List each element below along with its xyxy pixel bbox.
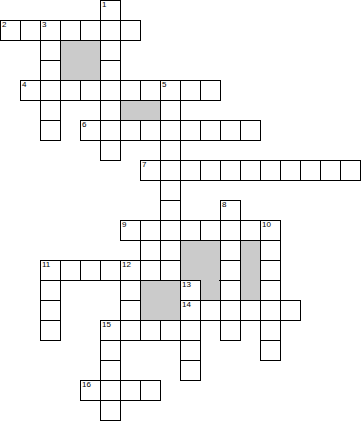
crossword-grid: 12345678910111213141516 — [0, 0, 361, 421]
shaded-block — [200, 280, 221, 301]
cell-r8-c17[interactable] — [340, 160, 361, 181]
cell-r15-c14[interactable] — [280, 300, 301, 321]
cell-r15-c12[interactable] — [240, 300, 261, 321]
cell-r16-c13[interactable] — [260, 320, 281, 341]
cell-r8-c16[interactable] — [320, 160, 341, 181]
cell-r1-c5[interactable] — [100, 20, 121, 41]
cell-r10-c8[interactable] — [160, 200, 181, 221]
cell-r19-c6[interactable] — [120, 380, 141, 401]
clue-number-4: 4 — [22, 81, 26, 89]
cell-r15-c6[interactable] — [120, 300, 141, 321]
cell-r4-c6[interactable] — [120, 80, 141, 101]
cell-r6-c9[interactable] — [180, 120, 201, 141]
shaded-block — [120, 100, 161, 121]
cell-r8-c8[interactable] — [160, 160, 181, 181]
cell-r3-c2[interactable] — [40, 60, 61, 81]
cell-r8-c11[interactable] — [220, 160, 241, 181]
cell-r12-c7[interactable] — [140, 240, 161, 261]
shaded-block — [60, 40, 101, 81]
cell-r16-c8[interactable] — [160, 320, 181, 341]
cell-r6-c11[interactable] — [220, 120, 241, 141]
cell-r6-c6[interactable] — [120, 120, 141, 141]
clue-number-11: 11 — [42, 261, 50, 269]
cell-r8-c15[interactable] — [300, 160, 321, 181]
cell-r17-c5[interactable] — [100, 340, 121, 361]
clue-number-2: 2 — [2, 21, 6, 29]
shaded-block — [180, 240, 221, 281]
clue-number-13: 13 — [182, 281, 191, 289]
cell-r15-c10[interactable] — [200, 300, 221, 321]
cell-r12-c11[interactable] — [220, 240, 241, 261]
cell-r4-c2[interactable] — [40, 80, 61, 101]
clue-number-12: 12 — [122, 261, 131, 269]
cell-r4-c9[interactable] — [180, 80, 201, 101]
cell-r4-c5[interactable] — [100, 80, 121, 101]
cell-r5-c5[interactable] — [100, 100, 121, 121]
cell-r9-c8[interactable] — [160, 180, 181, 201]
cell-r12-c13[interactable] — [260, 240, 281, 261]
clue-number-9: 9 — [122, 221, 126, 229]
cell-r13-c3[interactable] — [60, 260, 81, 281]
cell-r11-c12[interactable] — [240, 220, 261, 241]
cell-r4-c3[interactable] — [60, 80, 81, 101]
cell-r15-c13[interactable] — [260, 300, 281, 321]
cell-r2-c5[interactable] — [100, 40, 121, 61]
clue-number-1: 1 — [102, 1, 106, 9]
cell-r13-c8[interactable] — [160, 260, 181, 281]
shaded-block — [240, 240, 261, 301]
cell-r7-c8[interactable] — [160, 140, 181, 161]
cell-r6-c2[interactable] — [40, 120, 61, 141]
cell-r5-c2[interactable] — [40, 100, 61, 121]
clue-number-7: 7 — [142, 161, 146, 169]
cell-r6-c8[interactable] — [160, 120, 181, 141]
cell-r11-c10[interactable] — [200, 220, 221, 241]
cell-r17-c13[interactable] — [260, 340, 281, 361]
clue-number-3: 3 — [42, 21, 46, 29]
cell-r6-c5[interactable] — [100, 120, 121, 141]
cell-r11-c11[interactable] — [220, 220, 241, 241]
cell-r1-c3[interactable] — [60, 20, 81, 41]
cell-r14-c13[interactable] — [260, 280, 281, 301]
cell-r17-c9[interactable] — [180, 340, 201, 361]
cell-r16-c6[interactable] — [120, 320, 141, 341]
shaded-block-seam — [201, 280, 219, 281]
cell-r8-c13[interactable] — [260, 160, 281, 181]
cell-r15-c11[interactable] — [220, 300, 241, 321]
shaded-block — [140, 280, 181, 321]
cell-r16-c9[interactable] — [180, 320, 201, 341]
cell-r18-c9[interactable] — [180, 360, 201, 381]
cell-r13-c5[interactable] — [100, 260, 121, 281]
cell-r13-c11[interactable] — [220, 260, 241, 281]
cell-r16-c2[interactable] — [40, 320, 61, 341]
cell-r12-c8[interactable] — [160, 240, 181, 261]
cell-r8-c10[interactable] — [200, 160, 221, 181]
cell-r14-c2[interactable] — [40, 280, 61, 301]
cell-r16-c7[interactable] — [140, 320, 161, 341]
cell-r1-c6[interactable] — [120, 20, 141, 41]
cell-r15-c2[interactable] — [40, 300, 61, 321]
cell-r11-c8[interactable] — [160, 220, 181, 241]
clue-number-8: 8 — [222, 201, 226, 209]
cell-r8-c14[interactable] — [280, 160, 301, 181]
cell-r8-c12[interactable] — [240, 160, 261, 181]
cell-r6-c10[interactable] — [200, 120, 221, 141]
cell-r1-c4[interactable] — [80, 20, 101, 41]
cell-r19-c5[interactable] — [100, 380, 121, 401]
clue-number-10: 10 — [262, 221, 271, 229]
cell-r13-c13[interactable] — [260, 260, 281, 281]
cell-r1-c1[interactable] — [20, 20, 41, 41]
cell-r7-c5[interactable] — [100, 140, 121, 161]
cell-r5-c8[interactable] — [160, 100, 181, 121]
cell-r18-c5[interactable] — [100, 360, 121, 381]
cell-r4-c10[interactable] — [200, 80, 221, 101]
clue-number-15: 15 — [102, 321, 111, 329]
cell-r11-c9[interactable] — [180, 220, 201, 241]
cell-r4-c4[interactable] — [80, 80, 101, 101]
cell-r6-c12[interactable] — [240, 120, 261, 141]
cell-r6-c7[interactable] — [140, 120, 161, 141]
clue-number-16: 16 — [82, 381, 91, 389]
clue-number-14: 14 — [182, 301, 191, 309]
clue-number-6: 6 — [82, 121, 86, 129]
cell-r19-c7[interactable] — [140, 380, 161, 401]
cell-r13-c4[interactable] — [80, 260, 101, 281]
cell-r20-c5[interactable] — [100, 400, 121, 421]
cell-r2-c2[interactable] — [40, 40, 61, 61]
cell-r14-c11[interactable] — [220, 280, 241, 301]
cell-r8-c9[interactable] — [180, 160, 201, 181]
cell-r16-c11[interactable] — [220, 320, 241, 341]
cell-r14-c6[interactable] — [120, 280, 141, 301]
cell-r11-c7[interactable] — [140, 220, 161, 241]
cell-r4-c7[interactable] — [140, 80, 161, 101]
cell-r3-c5[interactable] — [100, 60, 121, 81]
cell-r13-c7[interactable] — [140, 260, 161, 281]
clue-number-5: 5 — [162, 81, 166, 89]
